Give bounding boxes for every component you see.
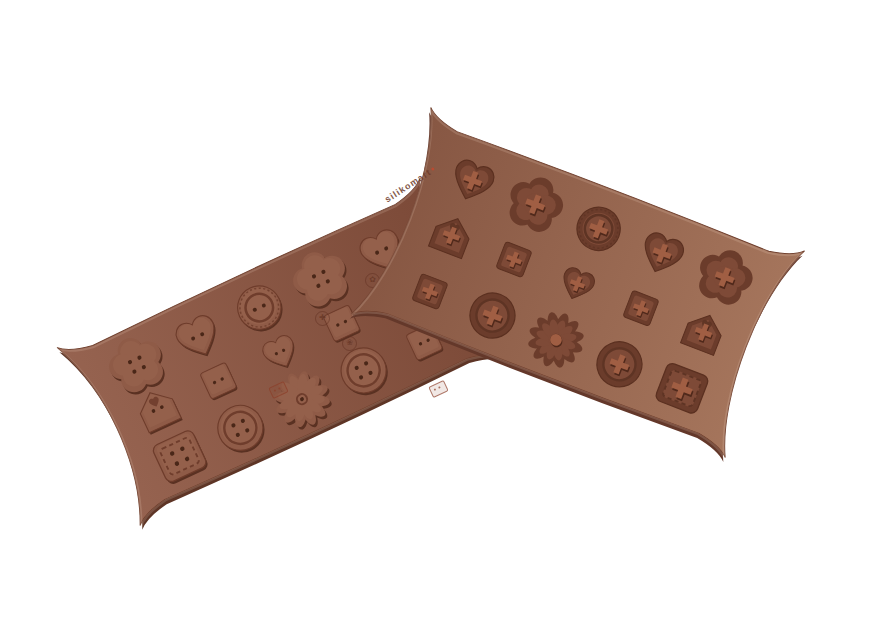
product-photo-stage: silikomart ✿✚❀ (0, 0, 890, 620)
upper-mould (339, 94, 816, 471)
embossed-mark-icon: ✚ (315, 311, 330, 326)
embossed-mark-icon: ❀ (342, 336, 357, 351)
